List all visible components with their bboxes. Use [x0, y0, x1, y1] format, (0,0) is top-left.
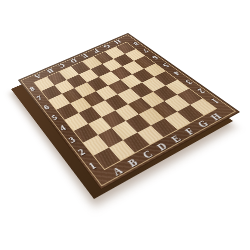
chess-board: ABCDEFGH ABCDEFGH 87654321 87654321: [18, 33, 240, 190]
photo-background: ABCDEFGH ABCDEFGH 87654321 87654321: [0, 0, 250, 250]
